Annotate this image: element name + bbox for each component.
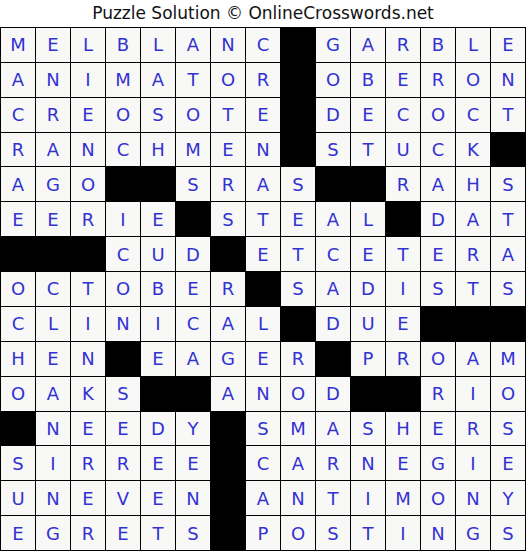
letter-cell: S — [176, 167, 210, 201]
letter-cell: O — [106, 98, 140, 132]
letter-cell: U — [351, 307, 385, 341]
letter-cell: C — [176, 307, 210, 341]
letter-cell: E — [246, 342, 280, 376]
letter-cell: M — [1, 28, 35, 62]
block-cell — [491, 307, 525, 341]
letter-cell: C — [1, 98, 35, 132]
letter-cell: E — [1, 516, 35, 550]
letter-cell: C — [246, 28, 280, 62]
letter-cell: E — [71, 412, 105, 446]
letter-cell: M — [106, 63, 140, 97]
letter-cell: E — [211, 133, 245, 167]
block-cell — [211, 446, 245, 480]
letter-cell: T — [491, 202, 525, 236]
letter-cell: H — [386, 412, 420, 446]
letter-cell: R — [281, 342, 315, 376]
letter-cell: A — [351, 28, 385, 62]
letter-cell: V — [106, 481, 140, 515]
letter-cell: E — [141, 342, 175, 376]
letter-cell: E — [351, 98, 385, 132]
letter-cell: O — [106, 272, 140, 306]
letter-cell: A — [1, 167, 35, 201]
block-cell — [106, 167, 140, 201]
letter-cell: A — [246, 167, 280, 201]
letter-cell: S — [246, 412, 280, 446]
letter-cell: G — [421, 446, 455, 480]
letter-cell: Y — [176, 412, 210, 446]
letter-cell: O — [281, 516, 315, 550]
block-cell — [1, 237, 35, 271]
letter-cell: I — [386, 272, 420, 306]
letter-cell: O — [491, 377, 525, 411]
letter-cell: E — [246, 98, 280, 132]
letter-cell: U — [386, 133, 420, 167]
letter-cell: T — [71, 272, 105, 306]
letter-cell: E — [71, 481, 105, 515]
letter-cell: A — [176, 342, 210, 376]
letter-cell: R — [71, 516, 105, 550]
block-cell — [281, 28, 315, 62]
letter-cell: A — [176, 28, 210, 62]
letter-cell: E — [106, 516, 140, 550]
letter-cell: A — [456, 202, 490, 236]
letter-cell: L — [141, 28, 175, 62]
block-cell — [176, 377, 210, 411]
letter-cell: R — [316, 446, 350, 480]
letter-cell: E — [176, 272, 210, 306]
block-cell — [106, 342, 140, 376]
letter-cell: B — [421, 28, 455, 62]
letter-cell: G — [36, 516, 70, 550]
block-cell — [141, 167, 175, 201]
letter-cell: C — [246, 446, 280, 480]
letter-cell: E — [386, 307, 420, 341]
block-cell — [211, 481, 245, 515]
letter-cell: A — [141, 63, 175, 97]
letter-cell: U — [141, 237, 175, 271]
letter-cell: S — [491, 167, 525, 201]
letter-cell: A — [316, 412, 350, 446]
letter-cell: A — [246, 481, 280, 515]
letter-cell: E — [141, 446, 175, 480]
letter-cell: N — [71, 342, 105, 376]
letter-cell: I — [106, 202, 140, 236]
letter-cell: E — [176, 446, 210, 480]
letter-cell: E — [71, 98, 105, 132]
letter-cell: R — [36, 98, 70, 132]
letter-cell: T — [491, 98, 525, 132]
letter-cell: E — [141, 202, 175, 236]
letter-cell: N — [491, 63, 525, 97]
letter-cell: H — [1, 342, 35, 376]
letter-cell: A — [316, 202, 350, 236]
letter-cell: A — [491, 237, 525, 271]
letter-cell: N — [351, 446, 385, 480]
letter-cell: R — [386, 342, 420, 376]
letter-cell: N — [106, 307, 140, 341]
letter-cell: N — [281, 481, 315, 515]
letter-cell: A — [211, 307, 245, 341]
letter-cell: N — [176, 481, 210, 515]
puzzle-solution-page: Puzzle Solution © OnlineCrosswords.net M… — [0, 0, 526, 551]
letter-cell: O — [1, 272, 35, 306]
letter-cell: R — [456, 237, 490, 271]
letter-cell: R — [456, 412, 490, 446]
block-cell — [386, 377, 420, 411]
letter-cell: R — [421, 63, 455, 97]
block-cell — [71, 237, 105, 271]
letter-cell: L — [246, 307, 280, 341]
letter-cell: S — [106, 377, 140, 411]
letter-cell: C — [316, 237, 350, 271]
letter-cell: N — [36, 481, 70, 515]
letter-cell: R — [1, 133, 35, 167]
block-cell — [491, 133, 525, 167]
letter-cell: D — [316, 307, 350, 341]
letter-cell: E — [141, 481, 175, 515]
letter-cell: O — [211, 63, 245, 97]
letter-cell: B — [106, 28, 140, 62]
letter-cell: S — [316, 516, 350, 550]
letter-cell: S — [421, 272, 455, 306]
letter-cell: B — [141, 272, 175, 306]
letter-cell: R — [71, 202, 105, 236]
letter-cell: E — [36, 342, 70, 376]
letter-cell: N — [421, 516, 455, 550]
letter-cell: T — [456, 272, 490, 306]
letter-cell: E — [386, 63, 420, 97]
letter-cell: I — [141, 307, 175, 341]
letter-cell: L — [36, 307, 70, 341]
letter-cell: S — [491, 412, 525, 446]
letter-cell: N — [246, 377, 280, 411]
letter-cell: D — [316, 98, 350, 132]
page-title: Puzzle Solution © OnlineCrosswords.net — [0, 0, 526, 27]
block-cell — [351, 167, 385, 201]
letter-cell: E — [386, 446, 420, 480]
letter-cell: S — [141, 98, 175, 132]
letter-cell: M — [281, 412, 315, 446]
letter-cell: A — [456, 342, 490, 376]
letter-cell: A — [316, 272, 350, 306]
letter-cell: T — [246, 202, 280, 236]
letter-cell: B — [351, 63, 385, 97]
letter-cell: M — [491, 342, 525, 376]
letter-cell: S — [316, 133, 350, 167]
letter-cell: N — [246, 133, 280, 167]
letter-cell: N — [211, 28, 245, 62]
letter-cell: E — [36, 202, 70, 236]
letter-cell: N — [71, 133, 105, 167]
letter-cell: A — [281, 446, 315, 480]
letter-cell: R — [421, 377, 455, 411]
letter-cell: R — [211, 167, 245, 201]
letter-cell: E — [106, 412, 140, 446]
letter-cell: G — [36, 167, 70, 201]
letter-cell: O — [421, 98, 455, 132]
block-cell — [281, 307, 315, 341]
block-cell — [211, 516, 245, 550]
block-cell — [456, 307, 490, 341]
letter-cell: S — [211, 202, 245, 236]
letter-cell: E — [281, 202, 315, 236]
letter-cell: L — [456, 28, 490, 62]
letter-cell: H — [456, 167, 490, 201]
letter-cell: N — [36, 412, 70, 446]
letter-cell: C — [456, 98, 490, 132]
letter-cell: E — [1, 202, 35, 236]
block-cell — [1, 412, 35, 446]
block-cell — [36, 237, 70, 271]
letter-cell: I — [36, 446, 70, 480]
letter-cell: E — [491, 446, 525, 480]
letter-cell: E — [246, 237, 280, 271]
letter-cell: T — [351, 516, 385, 550]
block-cell — [386, 202, 420, 236]
letter-cell: T — [281, 237, 315, 271]
block-cell — [211, 412, 245, 446]
letter-cell: A — [36, 377, 70, 411]
letter-cell: D — [421, 202, 455, 236]
letter-cell: O — [176, 98, 210, 132]
letter-cell: I — [71, 307, 105, 341]
letter-cell: U — [1, 481, 35, 515]
letter-cell: D — [351, 272, 385, 306]
letter-cell: O — [281, 377, 315, 411]
block-cell — [176, 202, 210, 236]
letter-cell: T — [351, 133, 385, 167]
letter-cell: G — [316, 28, 350, 62]
letter-cell: R — [106, 446, 140, 480]
letter-cell: R — [386, 28, 420, 62]
letter-cell: H — [141, 133, 175, 167]
letter-cell: L — [71, 28, 105, 62]
block-cell — [281, 133, 315, 167]
block-cell — [281, 63, 315, 97]
letter-cell: S — [1, 446, 35, 480]
letter-cell: D — [141, 412, 175, 446]
letter-cell: M — [386, 481, 420, 515]
letter-cell: T — [211, 98, 245, 132]
letter-cell: S — [176, 516, 210, 550]
block-cell — [316, 167, 350, 201]
letter-cell: C — [421, 133, 455, 167]
letter-cell: M — [176, 133, 210, 167]
letter-cell: T — [141, 516, 175, 550]
letter-cell: R — [71, 446, 105, 480]
letter-cell: A — [36, 133, 70, 167]
letter-cell: I — [456, 377, 490, 411]
letter-cell: O — [316, 63, 350, 97]
letter-cell: L — [351, 202, 385, 236]
letter-cell: T — [386, 237, 420, 271]
letter-cell: I — [456, 446, 490, 480]
letter-cell: C — [36, 272, 70, 306]
letter-cell: O — [456, 63, 490, 97]
letter-cell: R — [386, 167, 420, 201]
block-cell — [316, 342, 350, 376]
letter-cell: A — [211, 377, 245, 411]
letter-cell: P — [351, 342, 385, 376]
letter-cell: Y — [491, 481, 525, 515]
block-cell — [211, 237, 245, 271]
letter-cell: O — [71, 167, 105, 201]
letter-cell: I — [386, 516, 420, 550]
letter-cell: S — [491, 272, 525, 306]
letter-cell: O — [421, 342, 455, 376]
block-cell — [281, 98, 315, 132]
letter-cell: T — [176, 63, 210, 97]
letter-cell: E — [351, 237, 385, 271]
letter-cell: T — [316, 481, 350, 515]
letter-cell: K — [71, 377, 105, 411]
letter-cell: O — [1, 377, 35, 411]
letter-cell: D — [176, 237, 210, 271]
letter-cell: A — [1, 63, 35, 97]
letter-cell: I — [71, 63, 105, 97]
block-cell — [421, 307, 455, 341]
crossword-grid: MELBLANCGARBLEANIMATOROBERONCREOSOTEDECO… — [0, 27, 526, 551]
block-cell — [141, 377, 175, 411]
letter-cell: D — [316, 377, 350, 411]
letter-cell: S — [491, 516, 525, 550]
letter-cell: S — [281, 272, 315, 306]
letter-cell: N — [36, 63, 70, 97]
letter-cell: C — [106, 133, 140, 167]
letter-cell: S — [281, 167, 315, 201]
letter-cell: G — [456, 516, 490, 550]
letter-cell: R — [211, 272, 245, 306]
block-cell — [351, 377, 385, 411]
letter-cell: K — [456, 133, 490, 167]
block-cell — [246, 272, 280, 306]
letter-cell: C — [106, 237, 140, 271]
letter-cell: C — [386, 98, 420, 132]
letter-cell: S — [351, 412, 385, 446]
letter-cell: A — [421, 167, 455, 201]
letter-cell: E — [421, 237, 455, 271]
letter-cell: E — [491, 28, 525, 62]
letter-cell: P — [246, 516, 280, 550]
letter-cell: N — [456, 481, 490, 515]
letter-cell: E — [421, 412, 455, 446]
letter-cell: C — [1, 307, 35, 341]
letter-cell: G — [211, 342, 245, 376]
letter-cell: O — [421, 481, 455, 515]
letter-cell: R — [246, 63, 280, 97]
letter-cell: I — [351, 481, 385, 515]
letter-cell: E — [36, 28, 70, 62]
